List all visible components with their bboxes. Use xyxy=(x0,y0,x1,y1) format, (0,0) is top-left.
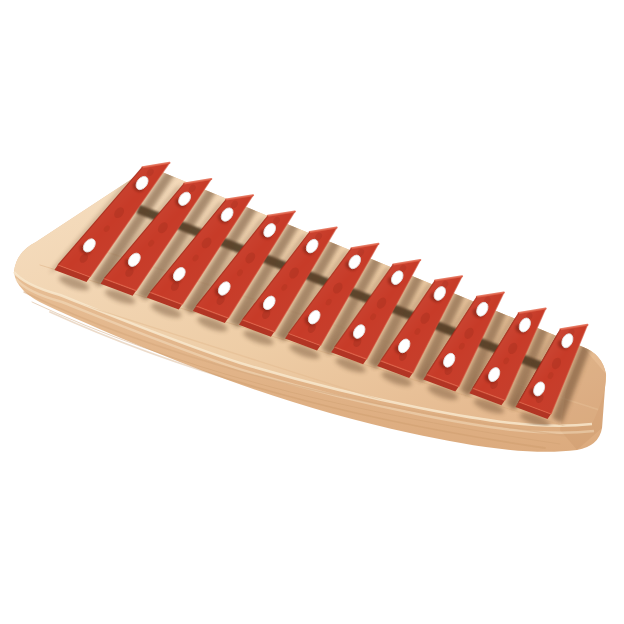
product-photo-glockenspiel xyxy=(0,0,624,624)
glockenspiel-photo-canvas xyxy=(0,0,624,624)
